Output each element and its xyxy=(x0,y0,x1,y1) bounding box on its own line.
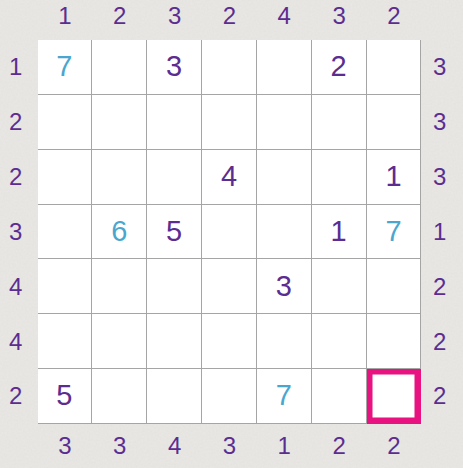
cell-r7c4[interactable] xyxy=(202,369,257,424)
cell-r1c6[interactable]: 2 xyxy=(312,40,367,95)
cell-r5c3[interactable] xyxy=(147,259,202,314)
cell-value-7: 7 xyxy=(385,217,401,246)
clue-left-1: 1 xyxy=(0,40,38,95)
clue-bottom-3: 4 xyxy=(147,425,202,468)
cell-r3c5[interactable] xyxy=(257,150,312,205)
cell-r5c7[interactable] xyxy=(367,259,422,314)
clue-left-6: 4 xyxy=(0,314,38,369)
clue-left-2: 2 xyxy=(0,95,38,150)
cell-r5c2[interactable] xyxy=(92,259,147,314)
cell-r6c1[interactable] xyxy=(38,314,93,369)
cell-value-2: 2 xyxy=(331,52,347,81)
cell-r4c1[interactable] xyxy=(38,205,93,260)
left-clues: 1223442 xyxy=(0,40,38,424)
cell-r3c7[interactable]: 1 xyxy=(367,150,422,205)
cell-r5c5[interactable]: 3 xyxy=(257,259,312,314)
skyscrapers-puzzle-app: 1232432 1223442 3331222 3343122 73241651… xyxy=(0,0,463,468)
clue-left-7: 2 xyxy=(0,369,38,424)
bottom-clues: 3343122 xyxy=(38,425,422,468)
cell-r1c7[interactable] xyxy=(367,40,422,95)
clue-right-4: 1 xyxy=(422,205,463,260)
cell-r6c7[interactable] xyxy=(367,314,422,369)
cell-r6c5[interactable] xyxy=(257,314,312,369)
clue-left-5: 4 xyxy=(0,259,38,314)
cell-r3c6[interactable] xyxy=(312,150,367,205)
cell-r2c4[interactable] xyxy=(202,95,257,150)
clue-right-7: 2 xyxy=(422,369,463,424)
cell-value-7: 7 xyxy=(276,381,292,410)
clue-bottom-1: 3 xyxy=(38,425,93,468)
cell-r4c5[interactable] xyxy=(257,205,312,260)
right-clues: 3331222 xyxy=(422,40,463,424)
clue-bottom-7: 2 xyxy=(367,425,422,468)
cell-r5c6[interactable] xyxy=(312,259,367,314)
cell-r1c4[interactable] xyxy=(202,40,257,95)
cell-r2c3[interactable] xyxy=(147,95,202,150)
cell-r7c1[interactable]: 5 xyxy=(38,369,93,424)
clue-top-6: 3 xyxy=(312,0,367,40)
cell-r2c6[interactable] xyxy=(312,95,367,150)
cell-r3c4[interactable]: 4 xyxy=(202,150,257,205)
cell-r2c1[interactable] xyxy=(38,95,93,150)
cell-value-4: 4 xyxy=(221,162,237,191)
cell-r5c1[interactable] xyxy=(38,259,93,314)
cell-value-1: 1 xyxy=(331,217,347,246)
cell-r4c4[interactable] xyxy=(202,205,257,260)
clue-top-2: 2 xyxy=(92,0,147,40)
cell-value-6: 6 xyxy=(111,217,127,246)
clue-top-1: 1 xyxy=(38,0,93,40)
clue-bottom-2: 3 xyxy=(92,425,147,468)
cell-value-3: 3 xyxy=(166,52,182,81)
cell-r2c5[interactable] xyxy=(257,95,312,150)
clue-right-6: 2 xyxy=(422,314,463,369)
cell-r3c3[interactable] xyxy=(147,150,202,205)
cell-r4c7[interactable]: 7 xyxy=(367,205,422,260)
cell-r7c5[interactable]: 7 xyxy=(257,369,312,424)
cell-r7c6[interactable] xyxy=(312,369,367,424)
cell-r5c4[interactable] xyxy=(202,259,257,314)
cell-r4c6[interactable]: 1 xyxy=(312,205,367,260)
clue-right-5: 2 xyxy=(422,259,463,314)
clue-bottom-4: 3 xyxy=(202,425,257,468)
clue-top-5: 4 xyxy=(257,0,312,40)
cell-r7c2[interactable] xyxy=(92,369,147,424)
clue-top-4: 2 xyxy=(202,0,257,40)
cell-value-1: 1 xyxy=(385,162,401,191)
top-clues: 1232432 xyxy=(38,0,422,40)
cell-value-5: 5 xyxy=(166,217,182,246)
cell-r1c1[interactable]: 7 xyxy=(38,40,93,95)
cell-r4c3[interactable]: 5 xyxy=(147,205,202,260)
cell-r6c3[interactable] xyxy=(147,314,202,369)
cell-r6c4[interactable] xyxy=(202,314,257,369)
cell-r2c7[interactable] xyxy=(367,95,422,150)
clue-right-2: 3 xyxy=(422,95,463,150)
cell-r7c7[interactable] xyxy=(367,369,422,424)
cell-r6c6[interactable] xyxy=(312,314,367,369)
skyscrapers-grid: 732416517357 xyxy=(38,40,422,424)
cell-r1c5[interactable] xyxy=(257,40,312,95)
cell-r1c2[interactable] xyxy=(92,40,147,95)
cell-value-3: 3 xyxy=(276,272,292,301)
clue-right-1: 3 xyxy=(422,40,463,95)
cell-r3c1[interactable] xyxy=(38,150,93,205)
clue-bottom-5: 1 xyxy=(257,425,312,468)
clue-top-3: 3 xyxy=(147,0,202,40)
cell-r2c2[interactable] xyxy=(92,95,147,150)
cell-r6c2[interactable] xyxy=(92,314,147,369)
clue-top-7: 2 xyxy=(367,0,422,40)
cell-r4c2[interactable]: 6 xyxy=(92,205,147,260)
cell-value-5: 5 xyxy=(56,381,72,410)
clue-left-3: 2 xyxy=(0,150,38,205)
cell-r3c2[interactable] xyxy=(92,150,147,205)
clue-left-4: 3 xyxy=(0,205,38,260)
cell-value-7: 7 xyxy=(56,52,72,81)
cell-r7c3[interactable] xyxy=(147,369,202,424)
clue-bottom-6: 2 xyxy=(312,425,367,468)
cell-r1c3[interactable]: 3 xyxy=(147,40,202,95)
clue-right-3: 3 xyxy=(422,150,463,205)
